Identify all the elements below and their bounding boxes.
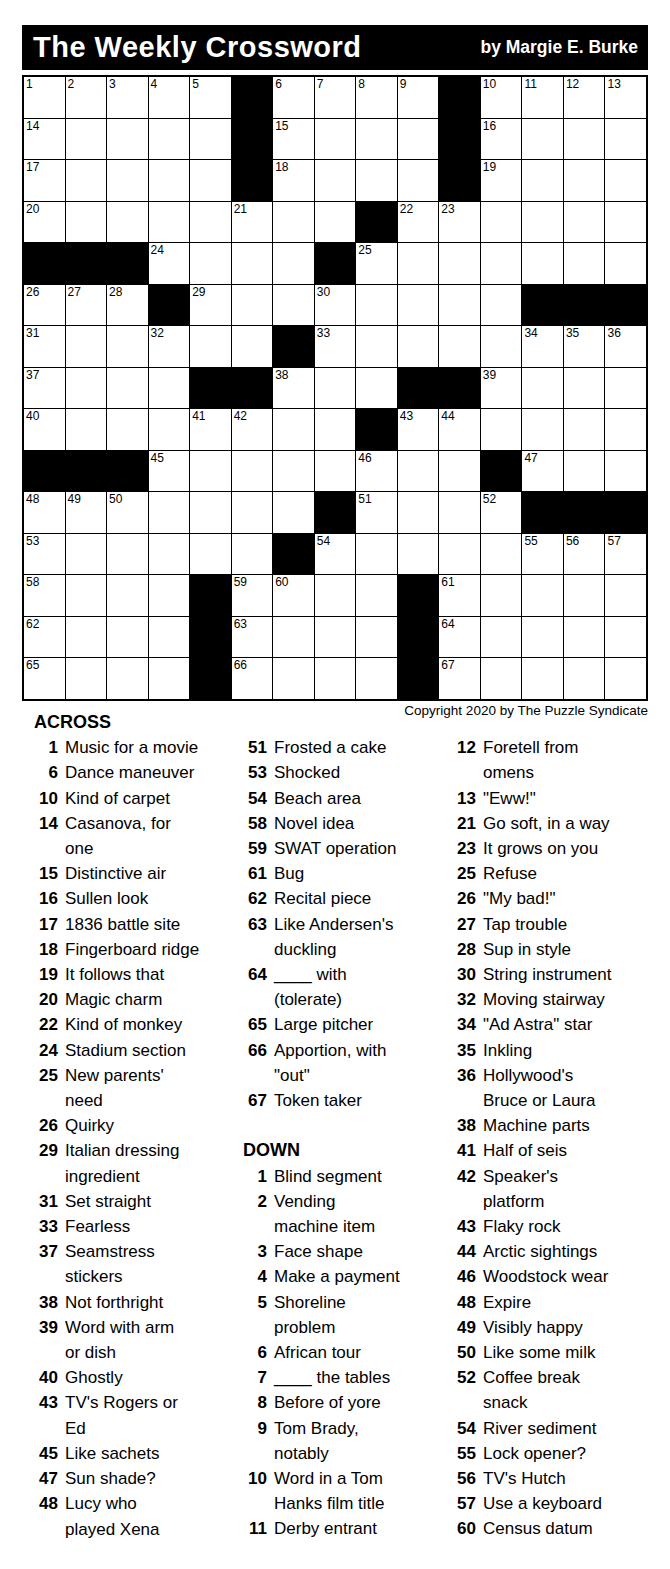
clue-number: 15 bbox=[30, 861, 58, 886]
clue-number: 52 bbox=[448, 1365, 476, 1415]
across-clue-65: 65Large pitcher bbox=[239, 1012, 448, 1037]
grid-cell[interactable] bbox=[481, 326, 522, 367]
cell-number: 8 bbox=[358, 78, 365, 91]
cell-number: 19 bbox=[483, 161, 496, 174]
grid-cell[interactable] bbox=[398, 534, 439, 575]
grid-cell[interactable] bbox=[66, 326, 107, 367]
grid-cell[interactable]: 41 bbox=[190, 409, 231, 450]
grid-cell[interactable] bbox=[605, 119, 646, 160]
cell-number: 10 bbox=[483, 78, 496, 91]
black-square bbox=[398, 617, 439, 658]
grid-cell[interactable] bbox=[190, 160, 231, 201]
grid-cell[interactable]: 44 bbox=[439, 409, 480, 450]
cell-number: 33 bbox=[317, 327, 330, 340]
grid-cell[interactable] bbox=[107, 119, 148, 160]
grid-cell[interactable] bbox=[398, 451, 439, 492]
grid-cell[interactable] bbox=[356, 617, 397, 658]
grid-cell[interactable]: 1 bbox=[24, 77, 65, 118]
across-clue-31: 31Set straight bbox=[30, 1189, 239, 1214]
clue-number: 54 bbox=[239, 786, 267, 811]
grid-cell[interactable] bbox=[190, 119, 231, 160]
cell-number: 48 bbox=[26, 493, 39, 506]
grid-cell[interactable] bbox=[564, 243, 605, 284]
grid-cell[interactable]: 26 bbox=[24, 285, 65, 326]
grid-cell[interactable] bbox=[605, 409, 646, 450]
grid-cell[interactable] bbox=[232, 492, 273, 533]
cell-number: 46 bbox=[358, 452, 371, 465]
grid-cell[interactable] bbox=[398, 285, 439, 326]
grid-cell[interactable] bbox=[564, 575, 605, 616]
black-square bbox=[190, 658, 231, 699]
grid-cell[interactable] bbox=[605, 658, 646, 699]
grid-cell[interactable]: 45 bbox=[149, 451, 190, 492]
grid-cell[interactable] bbox=[232, 534, 273, 575]
down-clue-9: 9Tom Brady, notably bbox=[239, 1416, 448, 1466]
clue-text: Tap trouble bbox=[483, 912, 567, 937]
clue-text: Expire bbox=[483, 1290, 531, 1315]
grid-cell[interactable] bbox=[564, 119, 605, 160]
grid-cell[interactable]: 62 bbox=[24, 617, 65, 658]
grid-cell[interactable] bbox=[190, 492, 231, 533]
grid-cell[interactable]: 34 bbox=[522, 326, 563, 367]
grid-cell[interactable]: 31 bbox=[24, 326, 65, 367]
grid-cell[interactable]: 11 bbox=[522, 77, 563, 118]
clue-column-1: ACROSS 1Music for a movie6Dance maneuver… bbox=[30, 710, 239, 1542]
grid-cell[interactable] bbox=[107, 202, 148, 243]
grid-cell[interactable] bbox=[190, 202, 231, 243]
grid-cell[interactable] bbox=[439, 451, 480, 492]
grid-cell[interactable] bbox=[564, 451, 605, 492]
black-square bbox=[315, 492, 356, 533]
down-clue-48: 48Expire bbox=[448, 1290, 657, 1315]
grid-cell[interactable] bbox=[273, 409, 314, 450]
grid-cell[interactable]: 20 bbox=[24, 202, 65, 243]
black-square bbox=[398, 368, 439, 409]
grid-cell[interactable]: 39 bbox=[481, 368, 522, 409]
black-square bbox=[439, 77, 480, 118]
grid-cell[interactable] bbox=[439, 285, 480, 326]
grid-cell[interactable] bbox=[439, 492, 480, 533]
grid-cell[interactable]: 14 bbox=[24, 119, 65, 160]
cell-number: 62 bbox=[26, 618, 39, 631]
cell-number: 49 bbox=[68, 493, 81, 506]
clue-text: Novel idea bbox=[274, 811, 354, 836]
grid-cell[interactable] bbox=[149, 160, 190, 201]
grid-cell[interactable] bbox=[522, 658, 563, 699]
clue-number: 67 bbox=[239, 1088, 267, 1113]
grid-cell[interactable] bbox=[605, 243, 646, 284]
byline: by Margie E. Burke bbox=[480, 37, 638, 58]
clue-number: 34 bbox=[448, 1012, 476, 1037]
grid-cell[interactable] bbox=[522, 243, 563, 284]
cell-number: 67 bbox=[441, 659, 454, 672]
grid-cell[interactable]: 29 bbox=[190, 285, 231, 326]
grid-cell[interactable]: 61 bbox=[439, 575, 480, 616]
grid-cell[interactable] bbox=[481, 285, 522, 326]
grid-cell[interactable] bbox=[605, 617, 646, 658]
grid-cell[interactable] bbox=[481, 658, 522, 699]
clue-number: 4 bbox=[239, 1264, 267, 1289]
grid-cell[interactable] bbox=[481, 409, 522, 450]
across-clue-51: 51Frosted a cake bbox=[239, 735, 448, 760]
grid-cell[interactable] bbox=[66, 409, 107, 450]
black-square bbox=[273, 534, 314, 575]
black-square bbox=[107, 243, 148, 284]
down-clue-32: 32Moving stairway bbox=[448, 987, 657, 1012]
grid-cell[interactable] bbox=[605, 160, 646, 201]
grid-cell[interactable] bbox=[398, 326, 439, 367]
clue-text: Stadium section bbox=[65, 1038, 186, 1063]
cell-number: 29 bbox=[192, 286, 205, 299]
down-clue-49: 49Visibly happy bbox=[448, 1315, 657, 1340]
grid-cell[interactable] bbox=[315, 119, 356, 160]
across-clue-24: 24Stadium section bbox=[30, 1038, 239, 1063]
grid-cell[interactable] bbox=[107, 658, 148, 699]
grid-cell[interactable] bbox=[439, 243, 480, 284]
clue-number: 17 bbox=[30, 912, 58, 937]
grid-cell[interactable]: 50 bbox=[107, 492, 148, 533]
grid-cell[interactable] bbox=[522, 409, 563, 450]
black-square bbox=[190, 617, 231, 658]
grid-cell[interactable] bbox=[605, 575, 646, 616]
grid-cell[interactable] bbox=[149, 492, 190, 533]
grid-cell[interactable] bbox=[481, 202, 522, 243]
grid-cell[interactable] bbox=[273, 243, 314, 284]
grid-cell[interactable] bbox=[356, 575, 397, 616]
grid-cell[interactable] bbox=[315, 658, 356, 699]
grid-cell[interactable] bbox=[356, 658, 397, 699]
clue-number: 61 bbox=[239, 861, 267, 886]
across-clue-1: 1Music for a movie bbox=[30, 735, 239, 760]
grid-cell[interactable]: 35 bbox=[564, 326, 605, 367]
grid-cell[interactable] bbox=[398, 492, 439, 533]
grid-cell[interactable]: 43 bbox=[398, 409, 439, 450]
grid-cell[interactable]: 60 bbox=[273, 575, 314, 616]
grid-cell[interactable]: 38 bbox=[273, 368, 314, 409]
across-clue-20: 20Magic charm bbox=[30, 987, 239, 1012]
grid-cell[interactable]: 30 bbox=[315, 285, 356, 326]
cell-number: 53 bbox=[26, 535, 39, 548]
grid-cell[interactable]: 48 bbox=[24, 492, 65, 533]
grid-cell[interactable]: 56 bbox=[564, 534, 605, 575]
grid-cell[interactable]: 32 bbox=[149, 326, 190, 367]
cell-number: 42 bbox=[234, 410, 247, 423]
grid-cell[interactable] bbox=[66, 160, 107, 201]
grid-cell[interactable] bbox=[398, 119, 439, 160]
grid-cell[interactable] bbox=[564, 617, 605, 658]
grid-cell[interactable]: 55 bbox=[522, 534, 563, 575]
cell-number: 41 bbox=[192, 410, 205, 423]
grid-cell[interactable]: 36 bbox=[605, 326, 646, 367]
grid-cell[interactable]: 3 bbox=[107, 77, 148, 118]
grid-cell[interactable] bbox=[190, 534, 231, 575]
clue-column-2: 51Frosted a cake53Shocked54Beach area58N… bbox=[239, 710, 448, 1542]
clue-number: 16 bbox=[30, 886, 58, 911]
clue-number: 56 bbox=[448, 1466, 476, 1491]
clue-number: 60 bbox=[448, 1516, 476, 1541]
grid-cell[interactable] bbox=[356, 368, 397, 409]
clue-text: Shocked bbox=[274, 760, 340, 785]
grid-cell[interactable]: 63 bbox=[232, 617, 273, 658]
grid-cell[interactable]: 2 bbox=[66, 77, 107, 118]
grid-cell[interactable]: 4 bbox=[149, 77, 190, 118]
grid-cell[interactable] bbox=[356, 326, 397, 367]
grid-cell[interactable]: 67 bbox=[439, 658, 480, 699]
cell-number: 55 bbox=[524, 535, 537, 548]
down-clue-41: 41Half of seis bbox=[448, 1138, 657, 1163]
grid-cell[interactable] bbox=[107, 575, 148, 616]
across-clue-19: 19It follows that bbox=[30, 962, 239, 987]
grid-cell[interactable]: 22 bbox=[398, 202, 439, 243]
grid-cell[interactable] bbox=[149, 617, 190, 658]
grid-cell[interactable]: 49 bbox=[66, 492, 107, 533]
grid-cell[interactable] bbox=[481, 534, 522, 575]
grid-cell[interactable] bbox=[564, 160, 605, 201]
across-clue-54: 54Beach area bbox=[239, 786, 448, 811]
grid-cell[interactable] bbox=[356, 534, 397, 575]
grid-cell[interactable] bbox=[564, 658, 605, 699]
across-clue-17: 171836 battle site bbox=[30, 912, 239, 937]
grid-cell[interactable]: 17 bbox=[24, 160, 65, 201]
grid-cell[interactable] bbox=[273, 617, 314, 658]
grid-cell[interactable] bbox=[232, 451, 273, 492]
grid-cell[interactable]: 7 bbox=[315, 77, 356, 118]
grid-cell[interactable] bbox=[522, 575, 563, 616]
grid-cell[interactable] bbox=[522, 119, 563, 160]
grid-cell[interactable]: 27 bbox=[66, 285, 107, 326]
across-clue-59: 59SWAT operation bbox=[239, 836, 448, 861]
clue-text: Bug bbox=[274, 861, 304, 886]
grid-cell[interactable]: 54 bbox=[315, 534, 356, 575]
grid-cell[interactable]: 64 bbox=[439, 617, 480, 658]
down-clue-13: 13"Eww!" bbox=[448, 786, 657, 811]
grid-cell[interactable]: 52 bbox=[481, 492, 522, 533]
clue-text: Token taker bbox=[274, 1088, 362, 1113]
clue-text: Coffee break snack bbox=[483, 1365, 580, 1415]
grid-cell[interactable] bbox=[66, 119, 107, 160]
across-clue-61: 61Bug bbox=[239, 861, 448, 886]
clue-text: Census datum bbox=[483, 1516, 593, 1541]
grid-cell[interactable] bbox=[564, 409, 605, 450]
black-square bbox=[315, 243, 356, 284]
grid-cell[interactable]: 37 bbox=[24, 368, 65, 409]
grid-cell[interactable] bbox=[149, 534, 190, 575]
grid-cell[interactable] bbox=[315, 575, 356, 616]
down-clue-8: 8Before of yore bbox=[239, 1390, 448, 1415]
grid-cell[interactable]: 59 bbox=[232, 575, 273, 616]
grid-cell[interactable]: 28 bbox=[107, 285, 148, 326]
grid-cell[interactable] bbox=[149, 368, 190, 409]
down-list-2: 12Foretell from omens13"Eww!"21Go soft, … bbox=[448, 735, 657, 1542]
grid-cell[interactable] bbox=[190, 326, 231, 367]
grid-cell[interactable]: 6 bbox=[273, 77, 314, 118]
grid-cell[interactable] bbox=[356, 285, 397, 326]
cell-number: 26 bbox=[26, 286, 39, 299]
grid-cell[interactable] bbox=[564, 368, 605, 409]
across-clue-45: 45Like sachets bbox=[30, 1441, 239, 1466]
grid-cell[interactable]: 42 bbox=[232, 409, 273, 450]
clue-text: Woodstock wear bbox=[483, 1264, 608, 1289]
grid-cell[interactable] bbox=[190, 451, 231, 492]
black-square bbox=[232, 368, 273, 409]
grid-cell[interactable] bbox=[522, 202, 563, 243]
grid-cell[interactable] bbox=[107, 617, 148, 658]
grid-cell[interactable] bbox=[605, 451, 646, 492]
grid-cell[interactable]: 8 bbox=[356, 77, 397, 118]
down-clue-2: 2Vending machine item bbox=[239, 1189, 448, 1239]
cell-number: 63 bbox=[234, 618, 247, 631]
grid-cell[interactable]: 9 bbox=[398, 77, 439, 118]
grid-cell[interactable]: 12 bbox=[564, 77, 605, 118]
clue-section: ACROSS 1Music for a movie6Dance maneuver… bbox=[30, 710, 660, 1542]
grid-cell[interactable]: 19 bbox=[481, 160, 522, 201]
grid-cell[interactable] bbox=[273, 658, 314, 699]
clue-number: 24 bbox=[30, 1038, 58, 1063]
grid-cell[interactable] bbox=[66, 368, 107, 409]
grid-cell[interactable]: 21 bbox=[232, 202, 273, 243]
grid-cell[interactable]: 58 bbox=[24, 575, 65, 616]
across-clue-58: 58Novel idea bbox=[239, 811, 448, 836]
grid-cell[interactable] bbox=[273, 285, 314, 326]
grid-cell[interactable]: 24 bbox=[149, 243, 190, 284]
clue-number: 20 bbox=[30, 987, 58, 1012]
across-clue-40: 40Ghostly bbox=[30, 1365, 239, 1390]
black-square bbox=[232, 160, 273, 201]
grid-cell[interactable] bbox=[315, 202, 356, 243]
grid-cell[interactable] bbox=[356, 160, 397, 201]
grid-cell[interactable] bbox=[398, 160, 439, 201]
cell-number: 44 bbox=[441, 410, 454, 423]
cell-number: 22 bbox=[400, 203, 413, 216]
down-header: DOWN bbox=[239, 1138, 448, 1163]
clue-number: 49 bbox=[448, 1315, 476, 1340]
down-clue-6: 6African tour bbox=[239, 1340, 448, 1365]
clue-text: TV's Rogers or Ed bbox=[65, 1390, 178, 1440]
cell-number: 16 bbox=[483, 120, 496, 133]
grid-cell[interactable] bbox=[66, 575, 107, 616]
grid-cell[interactable] bbox=[66, 534, 107, 575]
grid-cell[interactable] bbox=[315, 451, 356, 492]
grid-cell[interactable] bbox=[564, 202, 605, 243]
grid-cell[interactable] bbox=[273, 492, 314, 533]
across-clue-64: 64____ with (tolerate) bbox=[239, 962, 448, 1012]
cell-number: 45 bbox=[151, 452, 164, 465]
grid-cell[interactable] bbox=[398, 243, 439, 284]
grid-cell[interactable] bbox=[66, 658, 107, 699]
grid-cell[interactable] bbox=[481, 243, 522, 284]
grid-cell[interactable] bbox=[232, 285, 273, 326]
grid-cell[interactable]: 57 bbox=[605, 534, 646, 575]
grid-cell[interactable] bbox=[232, 326, 273, 367]
grid-cell[interactable]: 53 bbox=[24, 534, 65, 575]
clue-number: 35 bbox=[448, 1038, 476, 1063]
grid-cell[interactable]: 10 bbox=[481, 77, 522, 118]
grid-cell[interactable] bbox=[66, 202, 107, 243]
grid-cell[interactable] bbox=[605, 368, 646, 409]
grid-cell[interactable] bbox=[439, 534, 480, 575]
grid-cell[interactable] bbox=[522, 160, 563, 201]
grid-cell[interactable]: 18 bbox=[273, 160, 314, 201]
grid-cell[interactable]: 5 bbox=[190, 77, 231, 118]
grid-cell[interactable]: 25 bbox=[356, 243, 397, 284]
clue-number: 47 bbox=[30, 1466, 58, 1491]
crossword-grid[interactable]: 1234567891011121314151617181920212223242… bbox=[22, 75, 648, 701]
grid-cell[interactable] bbox=[107, 326, 148, 367]
grid-cell[interactable]: 51 bbox=[356, 492, 397, 533]
grid-cell[interactable]: 40 bbox=[24, 409, 65, 450]
grid-cell[interactable]: 46 bbox=[356, 451, 397, 492]
grid-cell[interactable]: 13 bbox=[605, 77, 646, 118]
down-clue-34: 34"Ad Astra" star bbox=[448, 1012, 657, 1037]
grid-cell[interactable] bbox=[107, 368, 148, 409]
grid-cell[interactable] bbox=[149, 409, 190, 450]
grid-cell[interactable]: 47 bbox=[522, 451, 563, 492]
grid-cell[interactable] bbox=[190, 243, 231, 284]
grid-cell[interactable] bbox=[273, 202, 314, 243]
page-title: The Weekly Crossword bbox=[33, 31, 362, 64]
grid-cell[interactable] bbox=[439, 326, 480, 367]
grid-cell[interactable] bbox=[273, 451, 314, 492]
grid-cell[interactable] bbox=[605, 202, 646, 243]
across-clue-6: 6Dance maneuver bbox=[30, 760, 239, 785]
grid-cell[interactable] bbox=[481, 617, 522, 658]
cell-number: 50 bbox=[109, 493, 122, 506]
grid-cell[interactable] bbox=[522, 617, 563, 658]
grid-cell[interactable]: 66 bbox=[232, 658, 273, 699]
grid-cell[interactable] bbox=[107, 409, 148, 450]
grid-cell[interactable]: 16 bbox=[481, 119, 522, 160]
cell-number: 61 bbox=[441, 576, 454, 589]
clue-number: 8 bbox=[239, 1390, 267, 1415]
grid-cell[interactable]: 23 bbox=[439, 202, 480, 243]
black-square bbox=[398, 658, 439, 699]
grid-cell[interactable] bbox=[149, 658, 190, 699]
grid-cell[interactable] bbox=[315, 409, 356, 450]
black-square bbox=[273, 326, 314, 367]
grid-cell[interactable]: 15 bbox=[273, 119, 314, 160]
grid-cell[interactable] bbox=[149, 119, 190, 160]
clue-text: Magic charm bbox=[65, 987, 162, 1012]
black-square bbox=[107, 451, 148, 492]
cell-number: 4 bbox=[151, 78, 158, 91]
grid-cell[interactable] bbox=[315, 368, 356, 409]
grid-cell[interactable] bbox=[66, 617, 107, 658]
cell-number: 64 bbox=[441, 618, 454, 631]
grid-cell[interactable] bbox=[149, 575, 190, 616]
cell-number: 12 bbox=[566, 78, 579, 91]
down-clue-30: 30String instrument bbox=[448, 962, 657, 987]
grid-cell[interactable] bbox=[315, 160, 356, 201]
clue-number: 26 bbox=[30, 1113, 58, 1138]
grid-cell[interactable] bbox=[107, 160, 148, 201]
clue-text: Tom Brady, notably bbox=[274, 1416, 359, 1466]
grid-cell[interactable] bbox=[356, 119, 397, 160]
clue-number: 48 bbox=[30, 1491, 58, 1541]
grid-cell[interactable] bbox=[315, 617, 356, 658]
grid-cell[interactable] bbox=[149, 202, 190, 243]
clue-number: 62 bbox=[239, 886, 267, 911]
grid-cell[interactable]: 33 bbox=[315, 326, 356, 367]
grid-cell[interactable] bbox=[232, 243, 273, 284]
clue-text: New parents' need bbox=[65, 1063, 164, 1113]
grid-cell[interactable] bbox=[107, 534, 148, 575]
clue-text: Derby entrant bbox=[274, 1516, 377, 1541]
down-clue-10: 10Word in a Tom Hanks film title bbox=[239, 1466, 448, 1516]
clue-text: Casanova, for one bbox=[65, 811, 171, 861]
grid-cell[interactable] bbox=[481, 575, 522, 616]
grid-cell[interactable]: 65 bbox=[24, 658, 65, 699]
grid-cell[interactable] bbox=[522, 368, 563, 409]
